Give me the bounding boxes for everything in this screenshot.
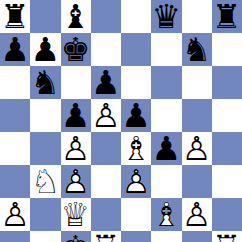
square-d3[interactable] [91,165,121,198]
square-f7[interactable] [151,33,181,66]
square-b5[interactable] [30,99,60,132]
square-e2[interactable] [121,198,151,231]
square-c7[interactable]: ♚ [61,33,91,66]
square-e6[interactable] [121,66,151,99]
square-g3[interactable] [182,165,212,198]
piece-white-pawn: ♙ [182,132,212,165]
square-d8[interactable] [91,0,121,33]
square-e3[interactable]: ♟♙ [121,165,151,198]
square-d5[interactable]: ♟♙ [91,99,121,132]
square-c5[interactable]: ♟ [61,99,91,132]
square-f4[interactable]: ♟ [151,132,181,165]
piece-black-king: ♚ [61,33,91,66]
square-a6[interactable] [0,66,30,99]
square-e5[interactable]: ♟ [121,99,151,132]
square-a8[interactable]: ♜ [0,0,30,33]
piece-black-queen: ♛ [152,0,182,33]
piece-white-pawn: ♙ [61,165,91,198]
piece-white-pawn: ♙ [0,198,30,231]
square-h2[interactable] [212,198,242,231]
piece-black-pawn: ♟ [91,66,121,99]
square-b4[interactable] [30,132,60,165]
square-b8[interactable] [30,0,60,33]
white-pawn-fill: ♟ [121,165,151,198]
square-h5[interactable] [212,99,242,132]
square-f8[interactable]: ♛ [151,0,181,33]
square-f1[interactable] [151,231,181,242]
piece-black-pawn: ♟ [121,99,151,132]
white-pawn-fill: ♟ [61,165,91,198]
square-d7[interactable] [91,33,121,66]
square-g1[interactable] [182,231,212,242]
chess-board: ♜♝♛♜♟♟♚♞♞♟♟♟♙♟♟♙♝♗♟♟♙♞♘♟♙♟♙♟♙♛♕♝♗♟♙♚♔♜♖♜… [0,0,242,242]
white-queen-fill: ♛ [61,198,91,231]
square-d2[interactable] [91,198,121,231]
white-rook-fill: ♜ [212,231,242,242]
piece-white-bishop: ♗ [152,198,182,231]
square-a5[interactable] [0,99,30,132]
square-b1[interactable] [30,231,60,242]
square-d4[interactable] [91,132,121,165]
piece-black-knight: ♞ [31,66,61,99]
square-f6[interactable] [151,66,181,99]
piece-white-knight: ♘ [31,165,61,198]
square-a2[interactable]: ♟♙ [0,198,30,231]
white-pawn-fill: ♟ [182,198,212,231]
piece-white-queen: ♕ [61,198,91,231]
square-f5[interactable] [151,99,181,132]
square-c4[interactable]: ♟♙ [61,132,91,165]
square-b6[interactable]: ♞ [30,66,60,99]
piece-white-king: ♔ [61,231,91,242]
square-h1[interactable]: ♜♖ [212,231,242,242]
square-h6[interactable] [212,66,242,99]
square-h7[interactable] [212,33,242,66]
white-knight-fill: ♞ [31,165,61,198]
white-pawn-fill: ♟ [61,132,91,165]
square-g6[interactable] [182,66,212,99]
square-e8[interactable] [121,0,151,33]
square-a7[interactable]: ♟ [0,33,30,66]
piece-white-pawn: ♙ [182,198,212,231]
white-bishop-fill: ♝ [121,132,151,165]
square-f3[interactable] [151,165,181,198]
square-c2[interactable]: ♛♕ [61,198,91,231]
piece-black-pawn: ♟ [61,99,91,132]
square-h3[interactable] [212,165,242,198]
square-g5[interactable] [182,99,212,132]
square-d1[interactable]: ♜♖ [91,231,121,242]
square-c6[interactable] [61,66,91,99]
piece-white-bishop: ♗ [121,132,151,165]
piece-black-pawn: ♟ [0,33,30,66]
square-e1[interactable] [121,231,151,242]
square-h4[interactable] [212,132,242,165]
white-rook-fill: ♜ [91,231,121,242]
square-h8[interactable]: ♜ [212,0,242,33]
square-a3[interactable] [0,165,30,198]
square-g4[interactable]: ♟♙ [182,132,212,165]
white-pawn-fill: ♟ [0,198,30,231]
piece-black-rook: ♜ [212,0,242,33]
piece-white-rook: ♖ [212,231,242,242]
piece-white-pawn: ♙ [61,132,91,165]
square-c1[interactable]: ♚♔ [61,231,91,242]
white-bishop-fill: ♝ [152,198,182,231]
piece-white-pawn: ♙ [121,165,151,198]
square-b3[interactable]: ♞♘ [30,165,60,198]
piece-black-pawn: ♟ [31,33,61,66]
piece-white-pawn: ♙ [91,99,121,132]
square-e7[interactable] [121,33,151,66]
piece-white-rook: ♖ [91,231,121,242]
square-g2[interactable]: ♟♙ [182,198,212,231]
square-a4[interactable] [0,132,30,165]
square-b2[interactable] [30,198,60,231]
white-pawn-fill: ♟ [91,99,121,132]
square-f2[interactable]: ♝♗ [151,198,181,231]
square-g7[interactable]: ♞ [182,33,212,66]
square-e4[interactable]: ♝♗ [121,132,151,165]
white-king-fill: ♚ [61,231,91,242]
square-a1[interactable] [0,231,30,242]
square-d6[interactable]: ♟ [91,66,121,99]
piece-black-bishop: ♝ [61,0,91,33]
white-pawn-fill: ♟ [182,132,212,165]
square-c3[interactable]: ♟♙ [61,165,91,198]
square-c8[interactable]: ♝ [61,0,91,33]
square-g8[interactable] [182,0,212,33]
piece-black-pawn: ♟ [152,132,182,165]
square-b7[interactable]: ♟ [30,33,60,66]
piece-black-rook: ♜ [0,0,30,33]
piece-black-knight: ♞ [182,33,212,66]
